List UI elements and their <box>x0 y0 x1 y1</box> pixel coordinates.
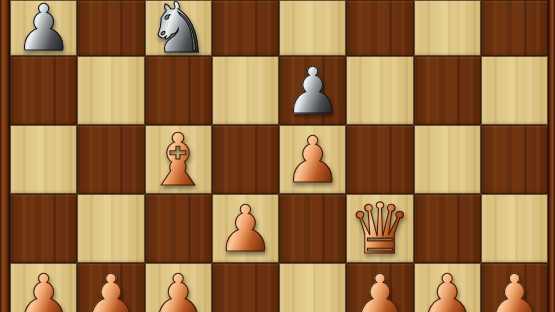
white-pawn-b2[interactable]: ♟ <box>82 266 139 312</box>
board-frame-right <box>548 0 555 312</box>
white-pawn-d3[interactable]: ♟ <box>217 197 274 261</box>
square-c2[interactable]: ♟ <box>145 263 212 312</box>
square-e3[interactable] <box>279 194 346 263</box>
square-a3[interactable] <box>10 194 77 263</box>
square-b2[interactable]: ♟ <box>77 263 144 312</box>
square-d4[interactable] <box>212 125 279 194</box>
square-e5[interactable]: ♟ <box>279 56 346 125</box>
white-bishop-c4[interactable]: ♝ <box>146 124 211 196</box>
square-b6[interactable] <box>77 0 144 56</box>
square-e6[interactable] <box>279 0 346 56</box>
white-pawn-f2[interactable]: ♟ <box>351 266 408 312</box>
square-h3[interactable] <box>481 194 548 263</box>
square-c4[interactable]: ♝ <box>145 125 212 194</box>
square-c6[interactable]: ♞ <box>145 0 212 56</box>
black-pawn-a6[interactable]: ♟ <box>15 0 72 60</box>
square-h6[interactable] <box>481 0 548 56</box>
square-g2[interactable]: ♟ <box>414 263 481 312</box>
square-f2[interactable]: ♟ <box>346 263 413 312</box>
square-b5[interactable] <box>77 56 144 125</box>
square-f3[interactable]: ♛ <box>346 194 413 263</box>
square-g4[interactable] <box>414 125 481 194</box>
white-queen-f3[interactable]: ♛ <box>348 194 411 264</box>
white-pawn-a2[interactable]: ♟ <box>15 266 72 312</box>
square-a6[interactable]: ♟ <box>10 0 77 56</box>
white-pawn-e4[interactable]: ♟ <box>284 128 341 192</box>
square-d6[interactable] <box>212 0 279 56</box>
square-a2[interactable]: ♟ <box>10 263 77 312</box>
black-knight-c6[interactable]: ♞ <box>147 0 210 63</box>
square-e4[interactable]: ♟ <box>279 125 346 194</box>
square-h2[interactable]: ♟ <box>481 263 548 312</box>
square-d5[interactable] <box>212 56 279 125</box>
square-g3[interactable] <box>414 194 481 263</box>
board: ♟♞♟♝♟♟♛♟♟♟♟♟♟ <box>10 0 548 312</box>
square-d2[interactable] <box>212 263 279 312</box>
chess-board-screen: ♟♞♟♝♟♟♛♟♟♟♟♟♟ <box>0 0 555 312</box>
square-h4[interactable] <box>481 125 548 194</box>
white-pawn-c2[interactable]: ♟ <box>149 266 206 312</box>
white-pawn-g2[interactable]: ♟ <box>418 266 475 312</box>
square-f4[interactable] <box>346 125 413 194</box>
square-b4[interactable] <box>77 125 144 194</box>
white-pawn-h2[interactable]: ♟ <box>486 266 543 312</box>
square-a5[interactable] <box>10 56 77 125</box>
square-g6[interactable] <box>414 0 481 56</box>
square-g5[interactable] <box>414 56 481 125</box>
square-f6[interactable] <box>346 0 413 56</box>
square-e2[interactable] <box>279 263 346 312</box>
square-f5[interactable] <box>346 56 413 125</box>
square-h5[interactable] <box>481 56 548 125</box>
board-frame-left <box>0 0 10 312</box>
square-c3[interactable] <box>145 194 212 263</box>
square-d3[interactable]: ♟ <box>212 194 279 263</box>
square-b3[interactable] <box>77 194 144 263</box>
square-a4[interactable] <box>10 125 77 194</box>
black-pawn-e5[interactable]: ♟ <box>284 59 341 123</box>
